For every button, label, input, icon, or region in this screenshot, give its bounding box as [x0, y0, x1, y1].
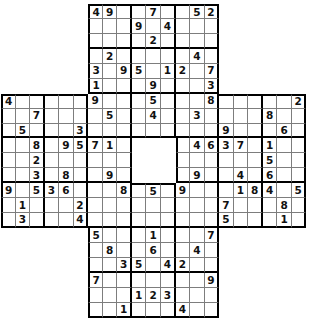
empty-cell-r17c9[interactable] [117, 243, 132, 258]
empty-cell-r8c7[interactable] [88, 109, 103, 124]
given-cell-r1c8[interactable]: 9 [103, 4, 118, 19]
given-cell-r13c3[interactable]: 5 [30, 183, 45, 198]
empty-cell-r14c17[interactable] [234, 198, 249, 213]
empty-cell-r15c18[interactable] [248, 213, 263, 228]
given-cell-r8c8[interactable]: 5 [103, 109, 118, 124]
empty-cell-r11c18[interactable] [248, 153, 263, 168]
empty-cell-r11c4[interactable] [45, 153, 60, 168]
empty-cell-r6c9[interactable] [117, 79, 132, 94]
empty-cell-r12c20[interactable] [277, 168, 292, 183]
empty-cell-r1c9[interactable] [117, 4, 132, 19]
empty-cell-r17c15[interactable] [205, 243, 220, 258]
empty-cell-r2c8[interactable] [103, 19, 118, 34]
empty-cell-r3c15[interactable] [205, 34, 220, 49]
given-cell-r13c18[interactable]: 8 [248, 183, 263, 198]
empty-cell-r20c8[interactable] [103, 288, 118, 303]
void-space [292, 273, 307, 288]
given-cell-r1c11[interactable]: 7 [146, 4, 161, 19]
given-cell-r9c16[interactable]: 9 [219, 124, 234, 139]
given-cell-r4c14[interactable]: 4 [190, 49, 205, 64]
given-cell-r15c6[interactable]: 4 [74, 213, 89, 228]
empty-cell-r9c5[interactable] [59, 124, 74, 139]
empty-cell-r14c18[interactable] [248, 198, 263, 213]
empty-cell-r21c14[interactable] [190, 303, 205, 318]
empty-cell-r15c8[interactable] [103, 213, 118, 228]
empty-cell-r7c16[interactable] [219, 94, 234, 109]
empty-cell-r11c14[interactable] [190, 153, 205, 168]
empty-cell-r15c12[interactable] [161, 213, 176, 228]
given-cell-r8c3[interactable]: 7 [30, 109, 45, 124]
given-cell-r14c6[interactable]: 2 [74, 198, 89, 213]
empty-cell-r18c11[interactable] [146, 258, 161, 273]
empty-cell-r13c16[interactable] [219, 183, 234, 198]
empty-cell-r6c8[interactable] [103, 79, 118, 94]
empty-cell-r1c13[interactable] [176, 4, 191, 19]
given-cell-r17c11[interactable]: 6 [146, 243, 161, 258]
empty-cell-r15c19[interactable] [263, 213, 278, 228]
empty-cell-r8c4[interactable] [45, 109, 60, 124]
empty-cell-r15c3[interactable] [30, 213, 45, 228]
empty-cell-r7c9[interactable] [117, 94, 132, 109]
given-cell-r9c20[interactable]: 6 [277, 124, 292, 139]
empty-cell-r6c14[interactable] [190, 79, 205, 94]
empty-cell-r9c14[interactable] [190, 124, 205, 139]
empty-cell-r8c10[interactable] [132, 109, 147, 124]
empty-cell-r4c15[interactable] [205, 49, 220, 64]
given-cell-r10c19[interactable]: 1 [263, 138, 278, 153]
given-cell-r6c15[interactable]: 3 [205, 79, 220, 94]
empty-cell-r8c18[interactable] [248, 109, 263, 124]
empty-cell-r6c10[interactable] [132, 79, 147, 94]
empty-cell-r15c4[interactable] [45, 213, 60, 228]
empty-cell-r19c10[interactable] [132, 273, 147, 288]
empty-cell-r13c2[interactable] [16, 183, 31, 198]
given-cell-r8c14[interactable]: 3 [190, 109, 205, 124]
empty-cell-r9c9[interactable] [117, 124, 132, 139]
empty-cell-r6c13[interactable] [176, 79, 191, 94]
given-cell-r9c2[interactable]: 5 [16, 124, 31, 139]
empty-cell-r21c11[interactable] [146, 303, 161, 318]
empty-cell-r19c13[interactable] [176, 273, 191, 288]
empty-cell-r3c12[interactable] [161, 34, 176, 49]
given-cell-r5c9[interactable]: 9 [117, 64, 132, 79]
empty-cell-r3c7[interactable] [88, 34, 103, 49]
empty-cell-r21c7[interactable] [88, 303, 103, 318]
given-cell-r12c3[interactable]: 3 [30, 168, 45, 183]
empty-cell-r16c14[interactable] [190, 228, 205, 243]
empty-cell-r12c7[interactable] [88, 168, 103, 183]
empty-cell-r9c18[interactable] [248, 124, 263, 139]
given-cell-r16c15[interactable]: 7 [205, 228, 220, 243]
given-cell-r13c17[interactable]: 1 [234, 183, 249, 198]
empty-cell-r13c15[interactable] [205, 183, 220, 198]
given-cell-r1c7[interactable]: 4 [88, 4, 103, 19]
given-cell-r14c20[interactable]: 8 [277, 198, 292, 213]
empty-cell-r11c1[interactable] [1, 153, 16, 168]
empty-cell-r13c7[interactable] [88, 183, 103, 198]
given-cell-r7c1[interactable]: 4 [1, 94, 16, 109]
given-cell-r15c20[interactable]: 1 [277, 213, 292, 228]
given-cell-r12c14[interactable]: 9 [190, 168, 205, 183]
given-cell-r15c16[interactable]: 5 [219, 213, 234, 228]
given-cell-r21c13[interactable]: 4 [176, 303, 191, 318]
empty-cell-r14c14[interactable] [190, 198, 205, 213]
empty-cell-r13c10[interactable] [132, 183, 147, 198]
empty-cell-r9c21[interactable] [292, 124, 307, 139]
given-cell-r13c1[interactable]: 9 [1, 183, 16, 198]
void-space [219, 49, 234, 64]
given-cell-r5c15[interactable]: 7 [205, 64, 220, 79]
given-cell-r10c5[interactable]: 9 [59, 138, 74, 153]
empty-cell-r16c13[interactable] [176, 228, 191, 243]
empty-cell-r2c9[interactable] [117, 19, 132, 34]
void-space [248, 49, 263, 64]
given-cell-r18c9[interactable]: 3 [117, 258, 132, 273]
empty-cell-r7c12[interactable] [161, 94, 176, 109]
empty-cell-r21c15[interactable] [205, 303, 220, 318]
given-cell-r12c5[interactable]: 8 [59, 168, 74, 183]
given-cell-r2c12[interactable]: 4 [161, 19, 176, 34]
given-cell-r5c7[interactable]: 3 [88, 64, 103, 79]
given-cell-r8c19[interactable]: 8 [263, 109, 278, 124]
empty-cell-r21c8[interactable] [103, 303, 118, 318]
empty-cell-r14c19[interactable] [263, 198, 278, 213]
empty-cell-r13c20[interactable] [277, 183, 292, 198]
empty-cell-r9c1[interactable] [1, 124, 16, 139]
given-cell-r7c11[interactable]: 5 [146, 94, 161, 109]
empty-cell-r8c9[interactable] [117, 109, 132, 124]
empty-cell-r8c2[interactable] [16, 109, 31, 124]
empty-cell-r1c12[interactable] [161, 4, 176, 19]
empty-cell-r11c13[interactable] [176, 153, 191, 168]
empty-cell-r9c17[interactable] [234, 124, 249, 139]
empty-cell-r13c14[interactable] [190, 183, 205, 198]
empty-cell-r7c20[interactable] [277, 94, 292, 109]
empty-cell-r19c14[interactable] [190, 273, 205, 288]
empty-cell-r11c2[interactable] [16, 153, 31, 168]
given-cell-r19c7[interactable]: 7 [88, 273, 103, 288]
empty-cell-r21c10[interactable] [132, 303, 147, 318]
void-space [16, 243, 31, 258]
empty-cell-r9c13[interactable] [176, 124, 191, 139]
empty-cell-r15c14[interactable] [190, 213, 205, 228]
given-cell-r13c11[interactable]: 5 [146, 183, 161, 198]
empty-cell-r15c1[interactable] [1, 213, 16, 228]
empty-cell-r13c8[interactable] [103, 183, 118, 198]
empty-cell-r11c20[interactable] [277, 153, 292, 168]
empty-cell-r8c5[interactable] [59, 109, 74, 124]
given-cell-r9c6[interactable]: 3 [74, 124, 89, 139]
given-cell-r6c7[interactable]: 1 [88, 79, 103, 94]
empty-cell-r12c15[interactable] [205, 168, 220, 183]
given-cell-r7c7[interactable]: 9 [88, 94, 103, 109]
empty-cell-r7c17[interactable] [234, 94, 249, 109]
empty-cell-r16c12[interactable] [161, 228, 176, 243]
empty-cell-r8c17[interactable] [234, 109, 249, 124]
empty-cell-r10c1[interactable] [1, 138, 16, 153]
given-cell-r19c15[interactable]: 9 [205, 273, 220, 288]
empty-cell-r14c1[interactable] [1, 198, 16, 213]
empty-cell-r10c18[interactable] [248, 138, 263, 153]
empty-cell-r8c6[interactable] [74, 109, 89, 124]
given-cell-r21c9[interactable]: 1 [117, 303, 132, 318]
empty-cell-r19c12[interactable] [161, 273, 176, 288]
empty-cell-r4c12[interactable] [161, 49, 176, 64]
empty-cell-r12c16[interactable] [219, 168, 234, 183]
empty-cell-r12c13[interactable] [176, 168, 191, 183]
empty-cell-r18c8[interactable] [103, 258, 118, 273]
empty-cell-r9c4[interactable] [45, 124, 60, 139]
given-cell-r10c8[interactable]: 1 [103, 138, 118, 153]
given-cell-r20c12[interactable]: 3 [161, 288, 176, 303]
empty-cell-r14c11[interactable] [146, 198, 161, 213]
empty-cell-r7c5[interactable] [59, 94, 74, 109]
empty-cell-r18c15[interactable] [205, 258, 220, 273]
empty-cell-r10c9[interactable] [117, 138, 132, 153]
given-cell-r8c11[interactable]: 4 [146, 109, 161, 124]
given-cell-r13c4[interactable]: 3 [45, 183, 60, 198]
empty-cell-r8c20[interactable] [277, 109, 292, 124]
empty-cell-r9c19[interactable] [263, 124, 278, 139]
void-space [16, 4, 31, 19]
empty-cell-r7c2[interactable] [16, 94, 31, 109]
empty-cell-r16c8[interactable] [103, 228, 118, 243]
empty-cell-r15c9[interactable] [117, 213, 132, 228]
empty-cell-r7c3[interactable] [30, 94, 45, 109]
given-cell-r1c14[interactable]: 5 [190, 4, 205, 19]
empty-cell-r12c6[interactable] [74, 168, 89, 183]
empty-cell-r12c4[interactable] [45, 168, 60, 183]
empty-cell-r7c6[interactable] [74, 94, 89, 109]
empty-cell-r4c13[interactable] [176, 49, 191, 64]
given-cell-r10c6[interactable]: 5 [74, 138, 89, 153]
empty-cell-r2c7[interactable] [88, 19, 103, 34]
empty-cell-r18c7[interactable] [88, 258, 103, 273]
empty-cell-r2c11[interactable] [146, 19, 161, 34]
given-cell-r11c19[interactable]: 5 [263, 153, 278, 168]
empty-cell-r19c11[interactable] [146, 273, 161, 288]
empty-cell-r18c14[interactable] [190, 258, 205, 273]
given-cell-r18c12[interactable]: 4 [161, 258, 176, 273]
empty-cell-r2c14[interactable] [190, 19, 205, 34]
empty-cell-r20c7[interactable] [88, 288, 103, 303]
empty-cell-r8c1[interactable] [1, 109, 16, 124]
empty-cell-r13c12[interactable] [161, 183, 176, 198]
empty-cell-r10c2[interactable] [16, 138, 31, 153]
empty-cell-r4c7[interactable] [88, 49, 103, 64]
empty-cell-r1c10[interactable] [132, 4, 147, 19]
empty-cell-r7c10[interactable] [132, 94, 147, 109]
empty-cell-r12c9[interactable] [117, 168, 132, 183]
given-cell-r13c19[interactable]: 4 [263, 183, 278, 198]
empty-cell-r14c8[interactable] [103, 198, 118, 213]
given-cell-r14c2[interactable]: 1 [16, 198, 31, 213]
empty-cell-r8c15[interactable] [205, 109, 220, 124]
given-cell-r7c15[interactable]: 8 [205, 94, 220, 109]
empty-cell-r17c10[interactable] [132, 243, 147, 258]
empty-cell-r19c8[interactable] [103, 273, 118, 288]
empty-cell-r11c16[interactable] [219, 153, 234, 168]
given-cell-r10c7[interactable]: 7 [88, 138, 103, 153]
empty-cell-r15c15[interactable] [205, 213, 220, 228]
given-cell-r12c17[interactable]: 4 [234, 168, 249, 183]
empty-cell-r14c4[interactable] [45, 198, 60, 213]
empty-cell-r15c21[interactable] [292, 213, 307, 228]
void-space [30, 258, 45, 273]
given-cell-r13c13[interactable]: 9 [176, 183, 191, 198]
empty-cell-r15c10[interactable] [132, 213, 147, 228]
empty-cell-r11c5[interactable] [59, 153, 74, 168]
empty-cell-r11c21[interactable] [292, 153, 307, 168]
empty-cell-r15c7[interactable] [88, 213, 103, 228]
empty-cell-r14c13[interactable] [176, 198, 191, 213]
empty-cell-r11c8[interactable] [103, 153, 118, 168]
given-cell-r11c3[interactable]: 2 [30, 153, 45, 168]
empty-cell-r3c10[interactable] [132, 34, 147, 49]
empty-cell-r11c6[interactable] [74, 153, 89, 168]
empty-cell-r17c13[interactable] [176, 243, 191, 258]
given-cell-r10c16[interactable]: 3 [219, 138, 234, 153]
empty-cell-r14c7[interactable] [88, 198, 103, 213]
empty-cell-r7c13[interactable] [176, 94, 191, 109]
empty-cell-r3c14[interactable] [190, 34, 205, 49]
empty-cell-r15c11[interactable] [146, 213, 161, 228]
given-cell-r12c8[interactable]: 9 [103, 168, 118, 183]
empty-cell-r8c16[interactable] [219, 109, 234, 124]
empty-cell-r7c14[interactable] [190, 94, 205, 109]
empty-cell-r3c13[interactable] [176, 34, 191, 49]
empty-cell-r12c2[interactable] [16, 168, 31, 183]
empty-cell-r13c6[interactable] [74, 183, 89, 198]
given-cell-r3c11[interactable]: 2 [146, 34, 161, 49]
empty-cell-r11c9[interactable] [117, 153, 132, 168]
empty-cell-r17c12[interactable] [161, 243, 176, 258]
empty-cell-r15c17[interactable] [234, 213, 249, 228]
empty-cell-r11c17[interactable] [234, 153, 249, 168]
given-cell-r12c19[interactable]: 6 [263, 168, 278, 183]
given-cell-r14c16[interactable]: 7 [219, 198, 234, 213]
empty-cell-r9c11[interactable] [146, 124, 161, 139]
empty-cell-r7c19[interactable] [263, 94, 278, 109]
given-cell-r10c3[interactable]: 8 [30, 138, 45, 153]
given-cell-r13c21[interactable]: 5 [292, 183, 307, 198]
empty-cell-r14c9[interactable] [117, 198, 132, 213]
empty-cell-r5c8[interactable] [103, 64, 118, 79]
empty-cell-r10c4[interactable] [45, 138, 60, 153]
given-cell-r15c2[interactable]: 3 [16, 213, 31, 228]
empty-cell-r9c15[interactable] [205, 124, 220, 139]
empty-cell-r20c13[interactable] [176, 288, 191, 303]
void-space [16, 49, 31, 64]
empty-cell-r7c8[interactable] [103, 94, 118, 109]
empty-cell-r9c3[interactable] [30, 124, 45, 139]
empty-cell-r11c7[interactable] [88, 153, 103, 168]
empty-cell-r9c10[interactable] [132, 124, 147, 139]
empty-cell-r10c21[interactable] [292, 138, 307, 153]
given-cell-r16c7[interactable]: 5 [88, 228, 103, 243]
given-cell-r7c21[interactable]: 2 [292, 94, 307, 109]
void-space [1, 64, 16, 79]
given-cell-r16c11[interactable]: 1 [146, 228, 161, 243]
empty-cell-r2c13[interactable] [176, 19, 191, 34]
empty-cell-r9c7[interactable] [88, 124, 103, 139]
given-cell-r5c10[interactable]: 5 [132, 64, 147, 79]
given-cell-r20c10[interactable]: 1 [132, 288, 147, 303]
given-cell-r10c14[interactable]: 4 [190, 138, 205, 153]
empty-cell-r14c12[interactable] [161, 198, 176, 213]
given-cell-r10c15[interactable]: 6 [205, 138, 220, 153]
empty-cell-r21c12[interactable] [161, 303, 176, 318]
empty-cell-r15c13[interactable] [176, 213, 191, 228]
empty-cell-r5c14[interactable] [190, 64, 205, 79]
empty-cell-r7c18[interactable] [248, 94, 263, 109]
empty-cell-r5c11[interactable] [146, 64, 161, 79]
given-cell-r4c8[interactable]: 2 [103, 49, 118, 64]
empty-cell-r20c9[interactable] [117, 288, 132, 303]
given-cell-r1c15[interactable]: 2 [205, 4, 220, 19]
empty-cell-r6c12[interactable] [161, 79, 176, 94]
empty-cell-r3c8[interactable] [103, 34, 118, 49]
empty-cell-r11c15[interactable] [205, 153, 220, 168]
empty-cell-r14c10[interactable] [132, 198, 147, 213]
given-cell-r10c17[interactable]: 7 [234, 138, 249, 153]
void-space [248, 258, 263, 273]
empty-cell-r9c12[interactable] [161, 124, 176, 139]
empty-cell-r19c9[interactable] [117, 273, 132, 288]
given-cell-r18c10[interactable]: 5 [132, 258, 147, 273]
empty-cell-r16c9[interactable] [117, 228, 132, 243]
empty-cell-r20c14[interactable] [190, 288, 205, 303]
empty-cell-r10c13[interactable] [176, 138, 191, 153]
empty-cell-r3c9[interactable] [117, 34, 132, 49]
empty-cell-r4c10[interactable] [132, 49, 147, 64]
given-cell-r13c9[interactable]: 8 [117, 183, 132, 198]
given-cell-r5c13[interactable]: 2 [176, 64, 191, 79]
empty-cell-r10c20[interactable] [277, 138, 292, 153]
void-space [248, 4, 263, 19]
given-cell-r18c13[interactable]: 2 [176, 258, 191, 273]
empty-cell-r4c9[interactable] [117, 49, 132, 64]
empty-cell-r7c4[interactable] [45, 94, 60, 109]
given-cell-r6c11[interactable]: 9 [146, 79, 161, 94]
empty-cell-r14c15[interactable] [205, 198, 220, 213]
empty-cell-r12c18[interactable] [248, 168, 263, 183]
empty-cell-r12c1[interactable] [1, 168, 16, 183]
given-cell-r5c12[interactable]: 1 [161, 64, 176, 79]
void-space [263, 79, 278, 94]
empty-cell-r16c10[interactable] [132, 228, 147, 243]
given-cell-r20c11[interactable]: 2 [146, 288, 161, 303]
given-cell-r17c14[interactable]: 4 [190, 243, 205, 258]
empty-cell-r17c7[interactable] [88, 243, 103, 258]
void-space [277, 288, 292, 303]
given-cell-r17c8[interactable]: 8 [103, 243, 118, 258]
empty-cell-r20c15[interactable] [205, 288, 220, 303]
empty-cell-r15c5[interactable] [59, 213, 74, 228]
given-cell-r2c10[interactable]: 9 [132, 19, 147, 34]
empty-cell-r14c3[interactable] [30, 198, 45, 213]
empty-cell-r8c21[interactable] [292, 109, 307, 124]
empty-cell-r12c21[interactable] [292, 168, 307, 183]
empty-cell-r14c5[interactable] [59, 198, 74, 213]
empty-cell-r8c12[interactable] [161, 109, 176, 124]
empty-cell-r4c11[interactable] [146, 49, 161, 64]
empty-cell-r2c15[interactable] [205, 19, 220, 34]
empty-cell-r9c8[interactable] [103, 124, 118, 139]
empty-cell-r8c13[interactable] [176, 109, 191, 124]
empty-cell-r14c21[interactable] [292, 198, 307, 213]
given-cell-r13c5[interactable]: 6 [59, 183, 74, 198]
